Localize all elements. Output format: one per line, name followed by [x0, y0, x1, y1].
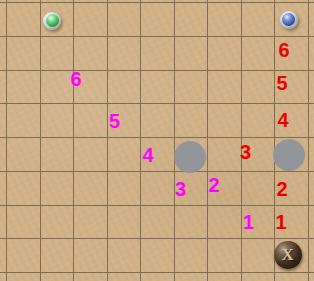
grid-line-horizontal	[0, 36, 314, 37]
grid-line-horizontal	[0, 272, 314, 273]
move-number-red-4: 4	[277, 110, 288, 130]
move-number-magenta-4: 4	[142, 145, 153, 165]
grid-line-horizontal	[0, 137, 314, 138]
hole	[273, 139, 305, 171]
blue-marble-core	[282, 13, 295, 26]
hourglass-x-icon: X	[282, 245, 294, 265]
move-number-magenta-3: 3	[175, 179, 186, 199]
game-board[interactable]: 654321654321X	[0, 0, 314, 281]
grid-line-horizontal	[0, 205, 314, 206]
grid-line-horizontal	[0, 171, 314, 172]
grid-line-horizontal	[0, 238, 314, 239]
move-number-magenta-5: 5	[109, 111, 120, 131]
grid-line-horizontal	[0, 103, 314, 104]
hole	[174, 141, 206, 173]
blue-marble[interactable]	[280, 11, 298, 29]
green-marble[interactable]	[43, 12, 61, 30]
move-number-red-6: 6	[278, 40, 289, 60]
grid-line-horizontal	[0, 2, 314, 3]
move-number-red-2: 2	[276, 179, 287, 199]
hourglass-skip-button[interactable]: X	[274, 241, 302, 269]
move-number-magenta-2: 2	[208, 175, 219, 195]
move-number-red-1: 1	[275, 212, 286, 232]
move-number-magenta-1: 1	[243, 212, 254, 232]
move-number-red-5: 5	[276, 73, 287, 93]
grid-line-horizontal	[0, 70, 314, 71]
green-marble-core	[46, 14, 59, 27]
move-number-red-3: 3	[240, 142, 251, 162]
move-number-magenta-6: 6	[70, 69, 81, 89]
